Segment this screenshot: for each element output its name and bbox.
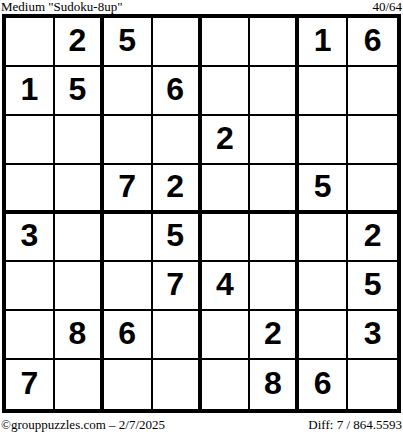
cell-r8c3[interactable] (104, 360, 153, 409)
cell-r7c8[interactable]: 3 (348, 311, 397, 360)
cell-r7c4[interactable] (153, 311, 202, 360)
cell-r4c2[interactable] (55, 165, 104, 214)
cell-r1c6[interactable] (250, 18, 299, 67)
header: Medium "Sudoku-8up" 40/64 (1, 0, 402, 13)
cell-r3c2[interactable] (55, 116, 104, 165)
cell-r3c6[interactable] (250, 116, 299, 165)
page-title: Medium "Sudoku-8up" (1, 0, 122, 13)
copyright-text: ©grouppuzzles.com – 2/7/2025 (1, 418, 165, 432)
cell-r4c1[interactable] (6, 165, 55, 214)
cell-r6c5[interactable]: 4 (202, 262, 251, 311)
cell-r7c1[interactable] (6, 311, 55, 360)
cell-r5c2[interactable] (55, 214, 104, 263)
cell-r1c8[interactable]: 6 (348, 18, 397, 67)
cell-r2c4[interactable]: 6 (153, 67, 202, 116)
cell-r4c4[interactable]: 2 (153, 165, 202, 214)
cell-r6c3[interactable] (104, 262, 153, 311)
difficulty-text: Diff: 7 / 864.5593 (308, 418, 402, 432)
cell-r5c3[interactable] (104, 214, 153, 263)
cell-r1c3[interactable]: 5 (104, 18, 153, 67)
cell-r2c1[interactable]: 1 (6, 67, 55, 116)
cell-r8c6[interactable]: 8 (250, 360, 299, 409)
cell-r7c3[interactable]: 6 (104, 311, 153, 360)
cell-r6c6[interactable] (250, 262, 299, 311)
cell-r6c7[interactable] (299, 262, 348, 311)
cell-r5c8[interactable]: 2 (348, 214, 397, 263)
cell-r3c4[interactable] (153, 116, 202, 165)
cell-r3c8[interactable] (348, 116, 397, 165)
cell-r5c4[interactable]: 5 (153, 214, 202, 263)
cell-r8c5[interactable] (202, 360, 251, 409)
cell-r1c7[interactable]: 1 (299, 18, 348, 67)
cell-r2c2[interactable]: 5 (55, 67, 104, 116)
cell-r1c2[interactable]: 2 (55, 18, 104, 67)
cell-r5c6[interactable] (250, 214, 299, 263)
footer: ©grouppuzzles.com – 2/7/2025 Diff: 7 / 8… (1, 418, 402, 432)
cell-r6c4[interactable]: 7 (153, 262, 202, 311)
cell-r8c7[interactable]: 6 (299, 360, 348, 409)
cell-r1c4[interactable] (153, 18, 202, 67)
cell-r2c8[interactable] (348, 67, 397, 116)
cell-r4c6[interactable] (250, 165, 299, 214)
cell-r3c3[interactable] (104, 116, 153, 165)
cell-r4c7[interactable]: 5 (299, 165, 348, 214)
cell-r3c5[interactable]: 2 (202, 116, 251, 165)
cell-r4c3[interactable]: 7 (104, 165, 153, 214)
cell-r5c5[interactable] (202, 214, 251, 263)
cell-r2c3[interactable] (104, 67, 153, 116)
cell-r6c8[interactable]: 5 (348, 262, 397, 311)
puzzle-counter: 40/64 (372, 0, 402, 13)
cell-r8c2[interactable] (55, 360, 104, 409)
cell-r6c2[interactable] (55, 262, 104, 311)
cell-r5c7[interactable] (299, 214, 348, 263)
cell-r8c1[interactable]: 7 (6, 360, 55, 409)
cell-r1c5[interactable] (202, 18, 251, 67)
cell-r7c2[interactable]: 8 (55, 311, 104, 360)
sudoku-board: 251615627253527458623786 (2, 14, 401, 413)
cell-r2c7[interactable] (299, 67, 348, 116)
cell-r3c1[interactable] (6, 116, 55, 165)
sudoku-page: Medium "Sudoku-8up" 40/64 25161562725352… (0, 0, 403, 437)
cell-r7c7[interactable] (299, 311, 348, 360)
cell-r8c4[interactable] (153, 360, 202, 409)
cell-r4c8[interactable] (348, 165, 397, 214)
cell-r8c8[interactable] (348, 360, 397, 409)
cell-r7c6[interactable]: 2 (250, 311, 299, 360)
cell-r7c5[interactable] (202, 311, 251, 360)
cell-r1c1[interactable] (6, 18, 55, 67)
cell-r3c7[interactable] (299, 116, 348, 165)
cell-r2c6[interactable] (250, 67, 299, 116)
cell-r5c1[interactable]: 3 (6, 214, 55, 263)
cell-r2c5[interactable] (202, 67, 251, 116)
cell-r4c5[interactable] (202, 165, 251, 214)
cell-r6c1[interactable] (6, 262, 55, 311)
